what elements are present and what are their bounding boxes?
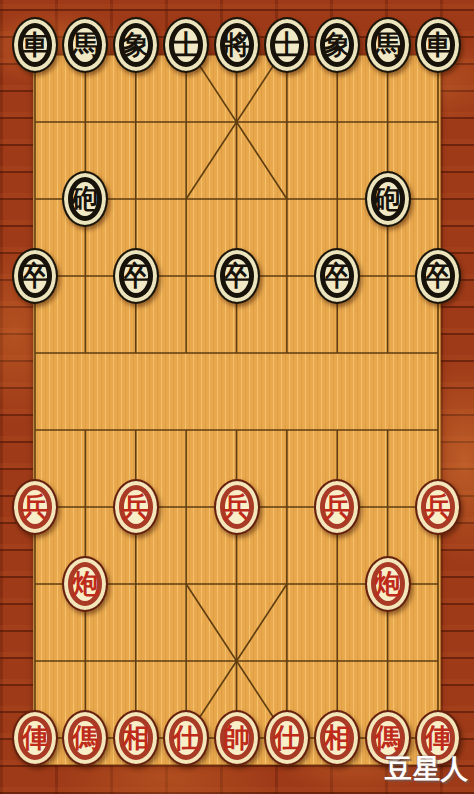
- piece-red-elephant[interactable]: 相: [113, 710, 159, 766]
- piece-black-advisor[interactable]: 士: [163, 17, 209, 73]
- piece-black-soldier[interactable]: 卒: [12, 248, 58, 304]
- piece-black-soldier[interactable]: 卒: [113, 248, 159, 304]
- piece-black-soldier[interactable]: 卒: [214, 248, 260, 304]
- xiangqi-screenshot-root: 車馬象士將士象馬車砲砲卒卒卒卒卒兵兵兵兵兵炮炮俥傌相仕帥仕相傌俥 豆星人: [0, 0, 474, 794]
- piece-black-elephant[interactable]: 象: [314, 17, 360, 73]
- piece-red-soldier[interactable]: 兵: [314, 479, 360, 535]
- piece-black-soldier[interactable]: 卒: [415, 248, 461, 304]
- piece-red-chariot[interactable]: 俥: [12, 710, 58, 766]
- piece-black-horse[interactable]: 馬: [365, 17, 411, 73]
- piece-black-cannon[interactable]: 砲: [365, 171, 411, 227]
- piece-black-elephant[interactable]: 象: [113, 17, 159, 73]
- piece-red-advisor[interactable]: 仕: [264, 710, 310, 766]
- piece-red-soldier[interactable]: 兵: [12, 479, 58, 535]
- watermark: 豆星人: [385, 751, 469, 787]
- piece-red-advisor[interactable]: 仕: [163, 710, 209, 766]
- piece-black-chariot[interactable]: 車: [12, 17, 58, 73]
- piece-red-soldier[interactable]: 兵: [113, 479, 159, 535]
- piece-red-soldier[interactable]: 兵: [415, 479, 461, 535]
- xiangqi-board: [33, 55, 441, 765]
- piece-black-chariot[interactable]: 車: [415, 17, 461, 73]
- piece-red-elephant[interactable]: 相: [314, 710, 360, 766]
- piece-red-soldier[interactable]: 兵: [214, 479, 260, 535]
- piece-red-cannon[interactable]: 炮: [365, 556, 411, 612]
- piece-black-soldier[interactable]: 卒: [314, 248, 360, 304]
- board-grid-lines: [33, 55, 441, 765]
- piece-black-general[interactable]: 將: [214, 17, 260, 73]
- piece-black-advisor[interactable]: 士: [264, 17, 310, 73]
- piece-red-general[interactable]: 帥: [214, 710, 260, 766]
